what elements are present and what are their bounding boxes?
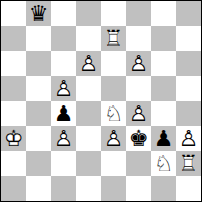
square-b5[interactable]	[26, 76, 51, 101]
square-e6[interactable]	[101, 51, 126, 76]
square-g3[interactable]: ♟	[151, 126, 176, 151]
square-d4[interactable]	[76, 101, 101, 126]
chess-diagram: ♛♜♖♟♙♟♙♟♙♟♞♘♟♙♚♔♟♙♟♙♚♟♟♙♞♘♜♖	[0, 0, 202, 202]
square-d3[interactable]	[76, 126, 101, 151]
square-c2[interactable]	[51, 151, 76, 176]
white-rook-piece: ♜♖	[176, 151, 201, 176]
square-h6[interactable]	[176, 51, 201, 76]
square-d6[interactable]: ♟♙	[76, 51, 101, 76]
square-b7[interactable]	[26, 26, 51, 51]
square-b6[interactable]	[26, 51, 51, 76]
square-a4[interactable]	[1, 101, 26, 126]
square-a6[interactable]	[1, 51, 26, 76]
white-knight-piece: ♞♘	[101, 101, 126, 126]
square-g7[interactable]	[151, 26, 176, 51]
square-h7[interactable]	[176, 26, 201, 51]
square-b3[interactable]	[26, 126, 51, 151]
square-c6[interactable]	[51, 51, 76, 76]
white-pawn-piece: ♟♙	[126, 51, 151, 76]
square-e7[interactable]: ♜♖	[101, 26, 126, 51]
square-b8[interactable]: ♛	[26, 1, 51, 26]
square-a5[interactable]	[1, 76, 26, 101]
square-g8[interactable]	[151, 1, 176, 26]
square-d2[interactable]	[76, 151, 101, 176]
square-c4[interactable]: ♟	[51, 101, 76, 126]
square-g2[interactable]: ♞♘	[151, 151, 176, 176]
square-a8[interactable]	[1, 1, 26, 26]
square-a1[interactable]	[1, 176, 26, 201]
square-c5[interactable]: ♟♙	[51, 76, 76, 101]
white-pawn-piece: ♟♙	[76, 51, 101, 76]
white-knight-piece: ♞♘	[151, 151, 176, 176]
square-e2[interactable]	[101, 151, 126, 176]
square-e8[interactable]	[101, 1, 126, 26]
white-pawn-piece: ♟♙	[51, 126, 76, 151]
square-d8[interactable]	[76, 1, 101, 26]
square-b1[interactable]	[26, 176, 51, 201]
black-pawn-piece: ♟	[51, 101, 76, 126]
square-f7[interactable]	[126, 26, 151, 51]
square-h4[interactable]	[176, 101, 201, 126]
square-f3[interactable]: ♚	[126, 126, 151, 151]
white-king-piece: ♚♔	[1, 126, 26, 151]
square-d7[interactable]	[76, 26, 101, 51]
square-f5[interactable]	[126, 76, 151, 101]
black-king-piece: ♚	[126, 126, 151, 151]
square-d1[interactable]	[76, 176, 101, 201]
square-c1[interactable]	[51, 176, 76, 201]
square-f8[interactable]	[126, 1, 151, 26]
black-pawn-piece: ♟	[151, 126, 176, 151]
black-queen-piece: ♛	[26, 1, 51, 26]
square-e4[interactable]: ♞♘	[101, 101, 126, 126]
square-f6[interactable]: ♟♙	[126, 51, 151, 76]
square-c8[interactable]	[51, 1, 76, 26]
square-e3[interactable]: ♟♙	[101, 126, 126, 151]
square-f2[interactable]	[126, 151, 151, 176]
square-h8[interactable]	[176, 1, 201, 26]
square-c3[interactable]: ♟♙	[51, 126, 76, 151]
square-a2[interactable]	[1, 151, 26, 176]
square-g5[interactable]	[151, 76, 176, 101]
square-f1[interactable]	[126, 176, 151, 201]
white-pawn-piece: ♟♙	[126, 101, 151, 126]
square-a7[interactable]	[1, 26, 26, 51]
white-rook-piece: ♜♖	[101, 26, 126, 51]
square-h3[interactable]: ♟♙	[176, 126, 201, 151]
square-h2[interactable]: ♜♖	[176, 151, 201, 176]
square-h5[interactable]	[176, 76, 201, 101]
white-pawn-piece: ♟♙	[101, 126, 126, 151]
square-c7[interactable]	[51, 26, 76, 51]
square-a3[interactable]: ♚♔	[1, 126, 26, 151]
square-h1[interactable]	[176, 176, 201, 201]
square-g6[interactable]	[151, 51, 176, 76]
square-g4[interactable]	[151, 101, 176, 126]
square-e1[interactable]	[101, 176, 126, 201]
square-b4[interactable]	[26, 101, 51, 126]
square-g1[interactable]	[151, 176, 176, 201]
square-d5[interactable]	[76, 76, 101, 101]
chess-board: ♛♜♖♟♙♟♙♟♙♟♞♘♟♙♚♔♟♙♟♙♚♟♟♙♞♘♜♖	[0, 0, 202, 202]
square-b2[interactable]	[26, 151, 51, 176]
white-pawn-piece: ♟♙	[51, 76, 76, 101]
square-f4[interactable]: ♟♙	[126, 101, 151, 126]
white-pawn-piece: ♟♙	[176, 126, 201, 151]
square-e5[interactable]	[101, 76, 126, 101]
